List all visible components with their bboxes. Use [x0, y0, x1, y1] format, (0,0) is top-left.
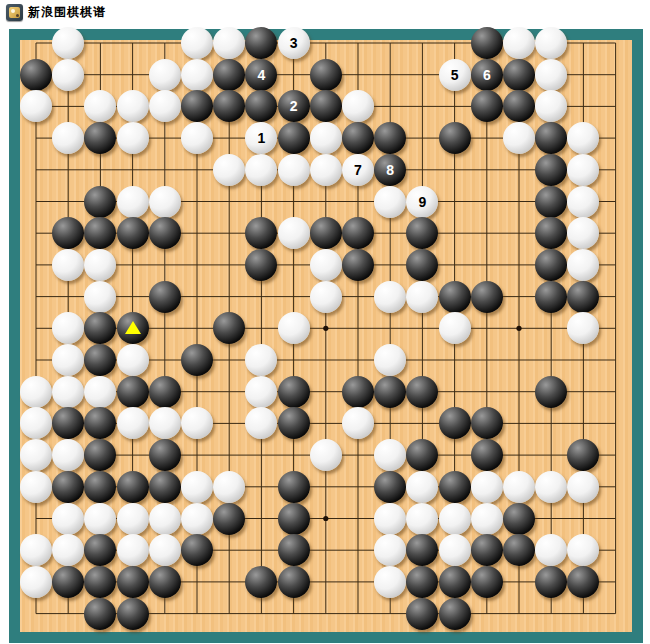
black-stone [117, 217, 149, 249]
white-stone [310, 281, 342, 313]
move-number-label: 8 [386, 163, 394, 177]
black-stone [535, 154, 567, 186]
black-stone [278, 407, 310, 439]
black-stone [439, 407, 471, 439]
white-stone [117, 90, 149, 122]
black-stone [117, 471, 149, 503]
black-stone [213, 503, 245, 535]
star-point [323, 326, 328, 331]
white-stone [406, 281, 438, 313]
move-number-label: 7 [354, 163, 362, 177]
white-stone [117, 407, 149, 439]
white-stone [117, 503, 149, 535]
black-stone [342, 217, 374, 249]
white-stone [149, 503, 181, 535]
black-stone [278, 122, 310, 154]
white-stone [84, 503, 116, 535]
black-stone [471, 566, 503, 598]
triangle-marker [125, 321, 141, 334]
white-stone [374, 566, 406, 598]
white-stone: 5 [439, 59, 471, 91]
white-stone [310, 249, 342, 281]
black-stone [503, 534, 535, 566]
black-stone [20, 59, 52, 91]
black-stone: 6 [471, 59, 503, 91]
white-stone [181, 59, 213, 91]
move-number-label: 5 [451, 68, 459, 82]
white-stone [181, 503, 213, 535]
white-stone [374, 281, 406, 313]
black-stone [439, 122, 471, 154]
black-stone [535, 376, 567, 408]
white-stone [117, 344, 149, 376]
white-stone [20, 566, 52, 598]
black-stone [52, 471, 84, 503]
black-stone [278, 566, 310, 598]
move-number-label: 4 [257, 68, 265, 82]
white-stone [245, 154, 277, 186]
go-board: 345621789 [20, 40, 632, 632]
white-stone [181, 471, 213, 503]
black-stone [535, 566, 567, 598]
white-stone [278, 217, 310, 249]
white-stone [149, 90, 181, 122]
black-stone [310, 217, 342, 249]
white-stone [84, 281, 116, 313]
black-stone [439, 281, 471, 313]
black-stone [503, 59, 535, 91]
black-stone [117, 598, 149, 630]
white-stone [213, 27, 245, 59]
black-stone [84, 471, 116, 503]
black-stone [149, 217, 181, 249]
white-stone [374, 503, 406, 535]
black-stone [149, 471, 181, 503]
white-stone [310, 122, 342, 154]
white-stone [278, 312, 310, 344]
white-stone [406, 503, 438, 535]
white-stone [117, 122, 149, 154]
white-stone [20, 439, 52, 471]
black-stone [406, 376, 438, 408]
black-stone [149, 439, 181, 471]
black-stone [439, 598, 471, 630]
page-title: 新浪围棋棋谱 [28, 4, 106, 21]
black-stone [117, 566, 149, 598]
go-board-icon [6, 4, 23, 21]
black-stone [535, 186, 567, 218]
black-stone [181, 534, 213, 566]
white-stone [567, 186, 599, 218]
black-stone [278, 471, 310, 503]
star-point [323, 516, 328, 521]
white-stone [149, 407, 181, 439]
go-board-frame: 345621789 [9, 29, 643, 643]
black-stone [374, 471, 406, 503]
move-number-label: 2 [290, 99, 298, 113]
black-stone: 2 [278, 90, 310, 122]
black-stone [117, 376, 149, 408]
black-stone [406, 598, 438, 630]
white-stone [374, 344, 406, 376]
black-stone [342, 249, 374, 281]
black-stone [84, 186, 116, 218]
white-stone [52, 59, 84, 91]
black-stone [342, 376, 374, 408]
white-stone [52, 376, 84, 408]
black-stone [439, 471, 471, 503]
white-stone [20, 534, 52, 566]
white-stone [535, 471, 567, 503]
black-stone [84, 598, 116, 630]
white-stone [374, 186, 406, 218]
white-stone: 3 [278, 27, 310, 59]
white-stone [181, 122, 213, 154]
white-stone [439, 312, 471, 344]
black-stone [52, 566, 84, 598]
white-stone [310, 154, 342, 186]
black-stone [310, 59, 342, 91]
title-bar: 新浪围棋棋谱 [6, 4, 106, 21]
black-stone [471, 439, 503, 471]
white-stone [503, 122, 535, 154]
white-stone [117, 186, 149, 218]
black-stone: 8 [374, 154, 406, 186]
black-stone: 4 [245, 59, 277, 91]
white-stone [439, 503, 471, 535]
black-stone [439, 566, 471, 598]
white-stone: 9 [406, 186, 438, 218]
black-stone [278, 534, 310, 566]
black-stone [471, 534, 503, 566]
black-stone [374, 376, 406, 408]
white-stone [149, 534, 181, 566]
white-stone [20, 376, 52, 408]
white-stone [149, 186, 181, 218]
white-stone [52, 249, 84, 281]
move-number-label: 6 [483, 68, 491, 82]
white-stone [213, 154, 245, 186]
white-stone [535, 59, 567, 91]
black-stone [310, 90, 342, 122]
black-stone [471, 407, 503, 439]
black-stone [149, 566, 181, 598]
black-stone [278, 503, 310, 535]
move-number-label: 1 [257, 131, 265, 145]
white-stone [471, 503, 503, 535]
white-stone [503, 471, 535, 503]
black-stone [503, 503, 535, 535]
white-stone [52, 344, 84, 376]
black-stone [471, 90, 503, 122]
white-stone [567, 154, 599, 186]
white-stone [149, 59, 181, 91]
star-point [516, 326, 521, 331]
white-stone [278, 154, 310, 186]
black-stone [278, 376, 310, 408]
white-stone [20, 471, 52, 503]
black-stone [471, 27, 503, 59]
black-stone [149, 376, 181, 408]
white-stone: 7 [342, 154, 374, 186]
black-stone [213, 59, 245, 91]
black-stone [535, 249, 567, 281]
white-stone [245, 376, 277, 408]
black-stone [149, 281, 181, 313]
white-stone [213, 471, 245, 503]
black-stone [567, 281, 599, 313]
white-stone [406, 471, 438, 503]
white-stone [503, 27, 535, 59]
move-number-label: 3 [290, 36, 298, 50]
black-stone [342, 122, 374, 154]
black-stone [535, 281, 567, 313]
white-stone [471, 471, 503, 503]
move-number-label: 9 [418, 195, 426, 209]
white-stone [117, 534, 149, 566]
black-stone [471, 281, 503, 313]
white-stone [52, 503, 84, 535]
white-stone [567, 471, 599, 503]
white-stone [52, 27, 84, 59]
white-stone [84, 376, 116, 408]
black-stone [181, 344, 213, 376]
white-stone [310, 439, 342, 471]
white-stone [535, 27, 567, 59]
white-stone [181, 27, 213, 59]
white-stone [439, 534, 471, 566]
